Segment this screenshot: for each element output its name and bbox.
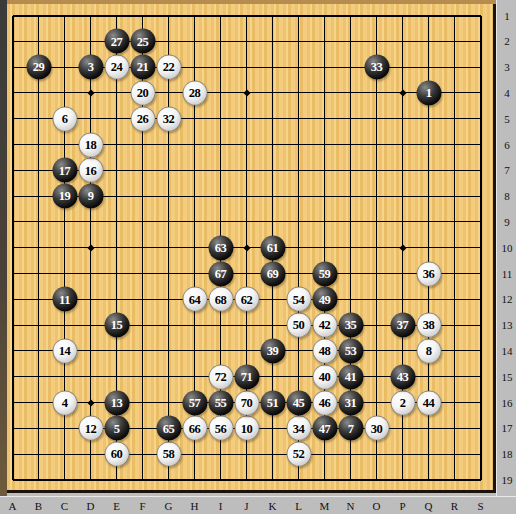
row-label-11: 11 [502,268,513,280]
col-label-E: E [113,500,120,512]
move-number: 7 [348,422,354,435]
stone-black-53: 53 [338,338,363,363]
star-point [87,89,94,96]
move-number: 11 [59,293,70,306]
grid-line [13,350,481,351]
stone-white-46: 46 [312,390,337,415]
move-number: 61 [267,241,279,254]
move-number: 55 [215,396,227,409]
stone-black-17: 17 [52,158,77,183]
stone-black-69: 69 [260,261,285,286]
move-number: 18 [85,138,97,151]
stone-white-2: 2 [390,390,415,415]
move-number: 64 [189,293,201,306]
stone-black-63: 63 [208,235,233,260]
move-number: 29 [33,61,45,74]
move-number: 8 [426,345,432,358]
move-number: 15 [111,319,123,332]
move-number: 17 [59,164,71,177]
move-number: 13 [111,396,123,409]
move-number: 1 [426,87,432,100]
col-label-G: G [165,500,173,512]
stone-white-20: 20 [130,80,155,105]
move-number: 16 [85,164,97,177]
stone-black-21: 21 [130,55,155,80]
grid-line [13,479,481,481]
row-label-1: 1 [504,10,510,22]
move-number: 21 [137,61,149,74]
stone-black-59: 59 [312,261,337,286]
move-number: 4 [62,396,68,409]
col-label-Q: Q [425,500,433,512]
col-label-K: K [269,500,277,512]
move-number: 72 [215,370,227,383]
move-number: 9 [88,190,94,203]
move-number: 51 [267,396,279,409]
stone-white-68: 68 [208,287,233,312]
col-label-L: L [295,500,302,512]
stone-black-25: 25 [130,29,155,54]
stone-white-30: 30 [364,416,389,441]
move-number: 6 [62,112,68,125]
stone-black-55: 55 [208,390,233,415]
row-label-14: 14 [502,345,513,357]
move-number: 57 [189,396,201,409]
star-point [87,399,94,406]
col-label-N: N [347,500,355,512]
stone-white-6: 6 [52,106,77,131]
stone-black-7: 7 [338,416,363,441]
stone-black-47: 47 [312,416,337,441]
stone-white-52: 52 [286,442,311,467]
stone-white-66: 66 [182,416,207,441]
stone-white-56: 56 [208,416,233,441]
col-label-S: S [477,500,483,512]
move-number: 42 [319,319,331,332]
stone-black-1: 1 [416,80,441,105]
stone-white-60: 60 [104,442,129,467]
move-number: 31 [345,396,357,409]
stone-black-43: 43 [390,364,415,389]
stone-black-29: 29 [26,55,51,80]
stone-white-50: 50 [286,313,311,338]
move-number: 59 [319,267,331,280]
move-number: 60 [111,448,123,461]
grid-line [13,273,481,274]
col-label-R: R [451,500,458,512]
grid-line [454,16,455,480]
stone-black-57: 57 [182,390,207,415]
star-point [243,244,250,251]
stone-black-15: 15 [104,313,129,338]
move-number: 2 [400,396,406,409]
row-label-19: 19 [502,474,513,486]
move-number: 35 [345,319,357,332]
stone-black-37: 37 [390,313,415,338]
stone-white-70: 70 [234,390,259,415]
stone-black-33: 33 [364,55,389,80]
move-number: 14 [59,345,71,358]
move-number: 70 [241,396,253,409]
move-number: 53 [345,345,357,358]
move-number: 66 [189,422,201,435]
stone-black-3: 3 [78,55,103,80]
stone-black-9: 9 [78,184,103,209]
col-label-J: J [244,500,248,512]
move-number: 10 [241,422,253,435]
stone-white-18: 18 [78,132,103,157]
stone-black-19: 19 [52,184,77,209]
move-number: 32 [163,112,175,125]
star-point [399,89,406,96]
move-number: 52 [293,448,305,461]
move-number: 62 [241,293,253,306]
stone-white-22: 22 [156,55,181,80]
star-point [87,244,94,251]
grid-line [480,16,482,480]
move-number: 56 [215,422,227,435]
stone-white-58: 58 [156,442,181,467]
stone-white-34: 34 [286,416,311,441]
column-coordinate-strip: ABCDEFGHIJKLMNOPQRS [0,496,516,514]
col-label-D: D [87,500,95,512]
col-label-F: F [139,500,145,512]
move-number: 48 [319,345,331,358]
move-number: 22 [163,61,175,74]
col-label-M: M [320,500,330,512]
stone-black-61: 61 [260,235,285,260]
row-label-8: 8 [504,190,510,202]
move-number: 47 [319,422,331,435]
move-number: 34 [293,422,305,435]
col-label-B: B [35,500,42,512]
row-label-16: 16 [502,397,513,409]
move-number: 40 [319,370,331,383]
stone-white-8: 8 [416,338,441,363]
stone-white-14: 14 [52,338,77,363]
grid-line [13,454,481,455]
move-number: 43 [397,370,409,383]
move-number: 65 [163,422,175,435]
stone-white-10: 10 [234,416,259,441]
move-number: 69 [267,267,279,280]
stone-black-5: 5 [104,416,129,441]
stone-white-26: 26 [130,106,155,131]
move-number: 71 [241,370,253,383]
star-point [399,244,406,251]
move-number: 12 [85,422,97,435]
board-left-edge-shadow [0,0,7,496]
stone-black-67: 67 [208,261,233,286]
stone-black-51: 51 [260,390,285,415]
stone-black-71: 71 [234,364,259,389]
row-label-2: 2 [504,35,510,47]
move-number: 49 [319,293,331,306]
move-number: 45 [293,396,305,409]
row-coordinate-strip: 12345678910111213141516171819 [496,0,516,514]
col-label-A: A [9,500,17,512]
move-number: 44 [423,396,435,409]
stone-black-13: 13 [104,390,129,415]
stone-white-12: 12 [78,416,103,441]
row-label-10: 10 [502,242,513,254]
stone-white-62: 62 [234,287,259,312]
row-label-13: 13 [502,319,513,331]
col-label-I: I [219,500,223,512]
row-label-6: 6 [504,139,510,151]
move-number: 46 [319,396,331,409]
move-number: 30 [371,422,383,435]
stone-black-65: 65 [156,416,181,441]
stone-white-40: 40 [312,364,337,389]
stone-white-44: 44 [416,390,441,415]
move-number: 20 [137,87,149,100]
go-kifu-diagram: 1234567891011121314151617181920212224252… [0,0,516,514]
move-number: 39 [267,345,279,358]
stone-white-48: 48 [312,338,337,363]
move-number: 54 [293,293,305,306]
stone-black-49: 49 [312,287,337,312]
stone-black-39: 39 [260,338,285,363]
row-label-15: 15 [502,371,513,383]
col-label-C: C [61,500,68,512]
star-point [243,89,250,96]
row-label-18: 18 [502,448,513,460]
stone-black-27: 27 [104,29,129,54]
stone-black-41: 41 [338,364,363,389]
move-number: 50 [293,319,305,332]
stone-black-45: 45 [286,390,311,415]
stone-white-38: 38 [416,313,441,338]
stone-white-54: 54 [286,287,311,312]
move-number: 37 [397,319,409,332]
move-number: 58 [163,448,175,461]
col-label-O: O [373,500,381,512]
row-label-5: 5 [504,113,510,125]
stone-white-4: 4 [52,390,77,415]
move-number: 25 [137,35,149,48]
row-label-12: 12 [502,293,513,305]
stone-white-32: 32 [156,106,181,131]
move-number: 33 [371,61,383,74]
go-board: 1234567891011121314151617181920212224252… [7,4,496,493]
move-number: 5 [114,422,120,435]
stone-white-16: 16 [78,158,103,183]
move-number: 19 [59,190,71,203]
move-number: 36 [423,267,435,280]
move-number: 28 [189,87,201,100]
stone-white-42: 42 [312,313,337,338]
row-label-7: 7 [504,164,510,176]
stone-white-28: 28 [182,80,207,105]
stone-white-24: 24 [104,55,129,80]
row-label-3: 3 [504,61,510,73]
move-number: 24 [111,61,123,74]
row-label-4: 4 [504,87,510,99]
stone-black-35: 35 [338,313,363,338]
move-number: 41 [345,370,357,383]
col-label-H: H [191,500,199,512]
move-number: 38 [423,319,435,332]
move-number: 68 [215,293,227,306]
grid-line [376,16,377,480]
stone-white-64: 64 [182,287,207,312]
move-number: 3 [88,61,94,74]
row-label-17: 17 [502,422,513,434]
row-label-9: 9 [504,216,510,228]
move-number: 27 [111,35,123,48]
stone-black-11: 11 [52,287,77,312]
move-number: 26 [137,112,149,125]
col-label-P: P [399,500,405,512]
move-number: 67 [215,267,227,280]
stone-white-36: 36 [416,261,441,286]
stone-white-72: 72 [208,364,233,389]
move-number: 63 [215,241,227,254]
stone-black-31: 31 [338,390,363,415]
